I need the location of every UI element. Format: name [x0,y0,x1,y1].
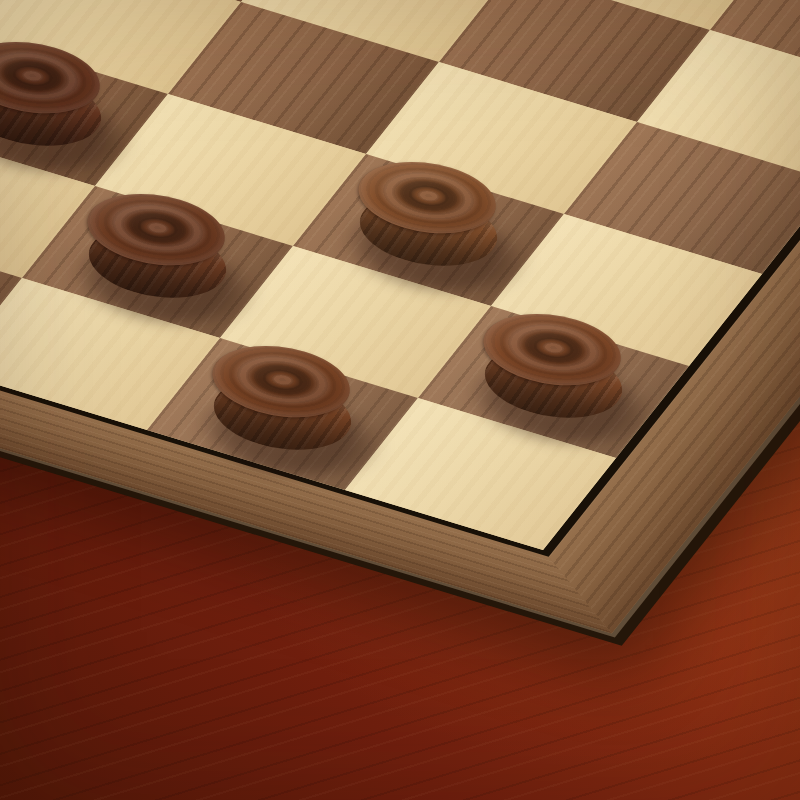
checker-piece-dark-wood [69,213,245,312]
checker-piece-dark-wood [465,333,641,432]
checker-piece-dark-wood [340,181,516,280]
checker-piece-dark-wood [0,61,121,160]
checker-piece-dark-wood [194,365,370,464]
board-photo-scene [0,0,800,800]
